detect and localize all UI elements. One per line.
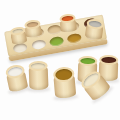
cylinder-plain-loose [28,61,48,91]
cylinder-white-loose [5,63,29,92]
cylinder-plain-wood-on-tray [10,26,28,45]
tray-recess-front-4 [67,32,82,43]
cylinder-orange-on-tray [59,13,77,33]
cylinder-sandpaper-on-tray [24,19,42,38]
tray-recess-front-2 [31,39,46,50]
cylinder-gold-loose [53,66,77,99]
cylinder-gray-on-tray [85,18,105,40]
tray-recess-front-3 [49,36,64,47]
product-photo-scene [0,0,120,120]
